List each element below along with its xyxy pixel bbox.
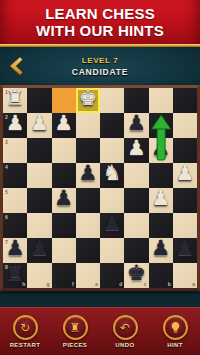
square-f3[interactable]: [52, 138, 76, 163]
square-a1[interactable]: [173, 88, 197, 113]
square-a4[interactable]: ♟: [173, 163, 197, 188]
square-c5[interactable]: [124, 188, 148, 213]
rank-label-8: 8: [5, 264, 8, 270]
square-c8[interactable]: c♚: [124, 263, 148, 288]
promo-banner: LEARN CHESS WITH OUR HINTS: [0, 0, 200, 44]
square-h8[interactable]: 8h♜: [3, 263, 27, 288]
square-g7[interactable]: ♟: [27, 238, 51, 263]
square-f6[interactable]: [52, 213, 76, 238]
square-e8[interactable]: e: [76, 263, 100, 288]
square-b4[interactable]: [149, 163, 173, 188]
square-c1[interactable]: [124, 88, 148, 113]
square-a7[interactable]: ♟: [173, 238, 197, 263]
square-g8[interactable]: g: [27, 263, 51, 288]
file-label-c: c: [144, 281, 147, 287]
square-f2[interactable]: ♟: [52, 113, 76, 138]
restart-icon: ↻: [20, 322, 30, 334]
rank-label-7: 7: [5, 239, 8, 245]
file-label-a: a: [192, 281, 195, 287]
file-label-g: g: [46, 281, 49, 287]
rank-label-4: 4: [5, 164, 8, 170]
white-knight-d4[interactable]: ♞: [100, 161, 124, 186]
rank-label-3: 3: [5, 139, 8, 145]
square-d5[interactable]: [100, 188, 124, 213]
hint-icon: [169, 321, 182, 334]
square-b3[interactable]: ♟: [149, 138, 173, 163]
file-label-e: e: [95, 281, 98, 287]
board-squares[interactable]: 1♜♚2♟♟♟♟3♟♟4♟♞♟5♟♟6♟7♟♟♟♟8h♜gfedc♚ba: [3, 88, 197, 288]
square-h4[interactable]: 4: [3, 163, 27, 188]
back-button[interactable]: [7, 56, 23, 76]
black-pawn-c2[interactable]: ♟: [124, 111, 148, 136]
square-a3[interactable]: [173, 138, 197, 163]
square-d4[interactable]: ♞: [100, 163, 124, 188]
square-h3[interactable]: 3: [3, 138, 27, 163]
square-d3[interactable]: [100, 138, 124, 163]
square-h6[interactable]: 6: [3, 213, 27, 238]
square-h1[interactable]: 1♜: [3, 88, 27, 113]
black-pawn-g7[interactable]: ♟: [27, 236, 51, 261]
background-gap: [0, 291, 200, 308]
square-b5[interactable]: ♟: [149, 188, 173, 213]
square-a8[interactable]: a: [173, 263, 197, 288]
white-pawn-c3[interactable]: ♟: [124, 136, 148, 161]
square-e1[interactable]: ♚: [76, 88, 100, 113]
white-pawn-b5[interactable]: ♟: [149, 186, 173, 211]
black-pawn-a7[interactable]: ♟: [173, 236, 197, 261]
square-e3[interactable]: [76, 138, 100, 163]
promo-line-1: LEARN CHESS: [45, 5, 155, 22]
hint-button[interactable]: HINT: [152, 315, 198, 348]
square-h2[interactable]: 2♟: [3, 113, 27, 138]
rank-label-1: 1: [5, 89, 8, 95]
square-h5[interactable]: 5: [3, 188, 27, 213]
square-b1[interactable]: [149, 88, 173, 113]
square-b6[interactable]: [149, 213, 173, 238]
game-toolbar: ↻ RESTART ♜ PIECES ↶ UNDO HINT: [0, 307, 200, 355]
level-label: LEVEL 7: [82, 56, 119, 65]
hint-label: HINT: [167, 342, 183, 348]
file-label-b: b: [168, 281, 171, 287]
promo-line-2: WITH OUR HINTS: [36, 22, 164, 39]
undo-icon: ↶: [120, 322, 130, 334]
square-b8[interactable]: b: [149, 263, 173, 288]
square-a5[interactable]: [173, 188, 197, 213]
file-label-f: f: [72, 281, 74, 287]
square-d1[interactable]: [100, 88, 124, 113]
square-e7[interactable]: [76, 238, 100, 263]
square-a6[interactable]: [173, 213, 197, 238]
square-g6[interactable]: [27, 213, 51, 238]
rank-title: CANDIDATE: [72, 67, 129, 77]
square-b2[interactable]: [149, 113, 173, 138]
white-pawn-a4[interactable]: ♟: [173, 161, 197, 186]
rank-label-2: 2: [5, 114, 8, 120]
square-c3[interactable]: ♟: [124, 138, 148, 163]
rank-label-5: 5: [5, 189, 8, 195]
black-pawn-b3[interactable]: ♟: [149, 136, 173, 161]
square-d7[interactable]: [100, 238, 124, 263]
rank-label-6: 6: [5, 214, 8, 220]
square-f4[interactable]: [52, 163, 76, 188]
white-king-e1[interactable]: ♚: [76, 86, 100, 111]
square-e6[interactable]: [76, 213, 100, 238]
black-pawn-f5[interactable]: ♟: [52, 186, 76, 211]
file-label-h: h: [22, 281, 25, 287]
square-f7[interactable]: [52, 238, 76, 263]
restart-label: RESTART: [10, 342, 41, 348]
undo-button[interactable]: ↶ UNDO: [102, 315, 148, 348]
chess-board[interactable]: 1♜♚2♟♟♟♟3♟♟4♟♞♟5♟♟6♟7♟♟♟♟8h♜gfedc♚ba: [0, 85, 200, 291]
square-g4[interactable]: [27, 163, 51, 188]
square-d2[interactable]: [100, 113, 124, 138]
square-h7[interactable]: 7♟: [3, 238, 27, 263]
square-d6[interactable]: ♟: [100, 213, 124, 238]
square-g5[interactable]: [27, 188, 51, 213]
file-label-d: d: [119, 281, 122, 287]
pieces-label: PIECES: [63, 342, 87, 348]
square-c6[interactable]: [124, 213, 148, 238]
chevron-left-icon: [7, 56, 23, 76]
white-pawn-f2[interactable]: ♟: [52, 111, 76, 136]
restart-button[interactable]: ↻ RESTART: [2, 315, 48, 348]
pieces-icon: ♜: [70, 322, 81, 334]
square-g2[interactable]: ♟: [27, 113, 51, 138]
white-pawn-g2[interactable]: ♟: [27, 111, 51, 136]
square-e2[interactable]: [76, 113, 100, 138]
square-f8[interactable]: f: [52, 263, 76, 288]
black-pawn-b7[interactable]: ♟: [149, 236, 173, 261]
square-g3[interactable]: [27, 138, 51, 163]
black-pawn-d6[interactable]: ♟: [100, 211, 124, 236]
square-a2[interactable]: [173, 113, 197, 138]
square-e4[interactable]: ♟: [76, 163, 100, 188]
black-pawn-e4[interactable]: ♟: [76, 161, 100, 186]
level-header: LEVEL 7 CANDIDATE: [0, 47, 200, 85]
square-g1[interactable]: [27, 88, 51, 113]
square-e5[interactable]: [76, 188, 100, 213]
square-c2[interactable]: ♟: [124, 113, 148, 138]
square-f5[interactable]: ♟: [52, 188, 76, 213]
undo-label: UNDO: [115, 342, 134, 348]
square-c4[interactable]: [124, 163, 148, 188]
square-f1[interactable]: [52, 88, 76, 113]
square-c7[interactable]: [124, 238, 148, 263]
pieces-button[interactable]: ♜ PIECES: [52, 315, 98, 348]
square-b7[interactable]: ♟: [149, 238, 173, 263]
square-d8[interactable]: d: [100, 263, 124, 288]
